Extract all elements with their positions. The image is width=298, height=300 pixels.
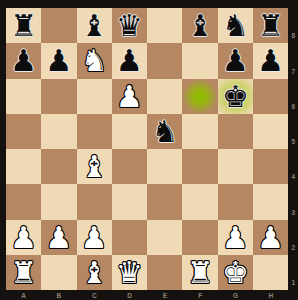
square-d3[interactable] [112, 184, 147, 219]
file-label-b: B [41, 290, 76, 300]
piece-black-king[interactable]: ♚ [218, 79, 253, 114]
piece-black-knight[interactable]: ♞ [147, 114, 182, 149]
piece-white-rook[interactable]: ♜ [182, 255, 217, 290]
file-label-f: F [182, 290, 217, 300]
square-e7[interactable] [147, 43, 182, 78]
piece-black-bishop[interactable]: ♝ [182, 8, 217, 43]
square-c6[interactable] [77, 79, 112, 114]
piece-white-bishop[interactable]: ♝ [77, 149, 112, 184]
rank-label-7: 7 [288, 43, 298, 78]
square-f6[interactable] [182, 79, 217, 114]
square-h2[interactable]: ♟ [253, 220, 288, 255]
square-b7[interactable]: ♟ [41, 43, 76, 78]
rank-label-5: 5 [288, 114, 298, 149]
square-c3[interactable] [77, 184, 112, 219]
square-h6[interactable] [253, 79, 288, 114]
piece-black-pawn[interactable]: ♟ [253, 43, 288, 78]
square-a4[interactable] [6, 149, 41, 184]
piece-black-rook[interactable]: ♜ [253, 8, 288, 43]
square-d7[interactable]: ♟ [112, 43, 147, 78]
square-e2[interactable] [147, 220, 182, 255]
chess-board: ♜♝♛♝♞♜♟♟♞♟♟♟♟♚♞♝♟♟♟♟♟♜♝♛♜♚ 87654321 ABCD… [0, 0, 298, 300]
square-a1[interactable]: ♜ [6, 255, 41, 290]
piece-white-king[interactable]: ♚ [218, 255, 253, 290]
piece-black-pawn[interactable]: ♟ [41, 43, 76, 78]
square-h8[interactable]: ♜ [253, 8, 288, 43]
square-c8[interactable]: ♝ [77, 8, 112, 43]
square-b6[interactable] [41, 79, 76, 114]
piece-white-pawn[interactable]: ♟ [77, 220, 112, 255]
piece-black-queen[interactable]: ♛ [112, 8, 147, 43]
square-b8[interactable] [41, 8, 76, 43]
piece-white-pawn[interactable]: ♟ [218, 220, 253, 255]
square-e3[interactable] [147, 184, 182, 219]
square-e4[interactable] [147, 149, 182, 184]
square-c5[interactable] [77, 114, 112, 149]
square-b5[interactable] [41, 114, 76, 149]
rank-label-2: 2 [288, 220, 298, 255]
square-g5[interactable] [218, 114, 253, 149]
file-labels: ABCDEFGH [6, 290, 288, 300]
square-h5[interactable] [253, 114, 288, 149]
square-f2[interactable] [182, 220, 217, 255]
piece-black-pawn[interactable]: ♟ [218, 43, 253, 78]
square-a3[interactable] [6, 184, 41, 219]
rank-labels: 87654321 [288, 8, 298, 290]
square-g3[interactable] [218, 184, 253, 219]
file-label-h: H [253, 290, 288, 300]
square-g6[interactable]: ♚ [218, 79, 253, 114]
square-d2[interactable] [112, 220, 147, 255]
piece-white-pawn[interactable]: ♟ [6, 220, 41, 255]
square-f1[interactable]: ♜ [182, 255, 217, 290]
square-d1[interactable]: ♛ [112, 255, 147, 290]
square-a8[interactable]: ♜ [6, 8, 41, 43]
square-b3[interactable] [41, 184, 76, 219]
piece-black-rook[interactable]: ♜ [6, 8, 41, 43]
square-c4[interactable]: ♝ [77, 149, 112, 184]
square-e1[interactable] [147, 255, 182, 290]
piece-white-pawn[interactable]: ♟ [112, 79, 147, 114]
square-f7[interactable] [182, 43, 217, 78]
square-a5[interactable] [6, 114, 41, 149]
square-c2[interactable]: ♟ [77, 220, 112, 255]
piece-black-bishop[interactable]: ♝ [77, 8, 112, 43]
square-g8[interactable]: ♞ [218, 8, 253, 43]
piece-black-pawn[interactable]: ♟ [112, 43, 147, 78]
square-g7[interactable]: ♟ [218, 43, 253, 78]
square-b1[interactable] [41, 255, 76, 290]
file-label-c: C [77, 290, 112, 300]
piece-white-pawn[interactable]: ♟ [41, 220, 76, 255]
square-g2[interactable]: ♟ [218, 220, 253, 255]
square-e6[interactable] [147, 79, 182, 114]
square-a6[interactable] [6, 79, 41, 114]
square-f8[interactable]: ♝ [182, 8, 217, 43]
square-h1[interactable] [253, 255, 288, 290]
rank-label-1: 1 [288, 255, 298, 290]
square-h7[interactable]: ♟ [253, 43, 288, 78]
piece-black-knight[interactable]: ♞ [218, 8, 253, 43]
square-h4[interactable] [253, 149, 288, 184]
piece-white-rook[interactable]: ♜ [6, 255, 41, 290]
square-g4[interactable] [218, 149, 253, 184]
rank-label-4: 4 [288, 149, 298, 184]
square-c1[interactable]: ♝ [77, 255, 112, 290]
square-h3[interactable] [253, 184, 288, 219]
square-d5[interactable] [112, 114, 147, 149]
square-d4[interactable] [112, 149, 147, 184]
file-label-d: D [112, 290, 147, 300]
rank-label-8: 8 [288, 8, 298, 43]
piece-black-pawn[interactable]: ♟ [6, 43, 41, 78]
square-e8[interactable] [147, 8, 182, 43]
square-a2[interactable]: ♟ [6, 220, 41, 255]
piece-white-pawn[interactable]: ♟ [253, 220, 288, 255]
rank-label-6: 6 [288, 79, 298, 114]
file-label-g: G [218, 290, 253, 300]
square-e5[interactable]: ♞ [147, 114, 182, 149]
square-b2[interactable]: ♟ [41, 220, 76, 255]
square-d8[interactable]: ♛ [112, 8, 147, 43]
square-d6[interactable]: ♟ [112, 79, 147, 114]
piece-white-bishop[interactable]: ♝ [77, 255, 112, 290]
file-label-a: A [6, 290, 41, 300]
square-f5[interactable] [182, 114, 217, 149]
square-b4[interactable] [41, 149, 76, 184]
rank-label-3: 3 [288, 184, 298, 219]
board-squares: ♜♝♛♝♞♜♟♟♞♟♟♟♟♚♞♝♟♟♟♟♟♜♝♛♜♚ [6, 8, 288, 290]
square-f4[interactable] [182, 149, 217, 184]
square-c7[interactable]: ♞ [77, 43, 112, 78]
file-label-e: E [147, 290, 182, 300]
piece-white-queen[interactable]: ♛ [112, 255, 147, 290]
piece-white-knight[interactable]: ♞ [77, 43, 112, 78]
square-g1[interactable]: ♚ [218, 255, 253, 290]
square-a7[interactable]: ♟ [6, 43, 41, 78]
square-f3[interactable] [182, 184, 217, 219]
